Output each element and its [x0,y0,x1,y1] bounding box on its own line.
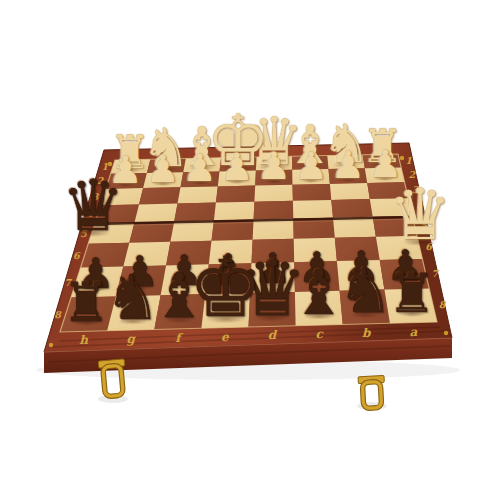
piece-white-pawn-c2[interactable]: ♟ [294,147,328,185]
rank-label-right-1: 1 [405,155,412,166]
square-c4[interactable] [293,200,333,219]
product-photo-stage: hhggffeeddccbbaa1122334455667788 ♜♞♝♛♚♝♞… [0,0,500,500]
piece-black-rook-a8[interactable]: ♜ [388,267,436,321]
square-d4[interactable] [254,201,294,220]
piece-white-pawn-b2[interactable]: ♟ [331,146,365,184]
piece-white-pawn-d2[interactable]: ♟ [257,148,291,186]
piece-white-pawn-g2[interactable]: ♟ [146,151,180,189]
brass-dot-2 [49,343,53,347]
piece-black-knight-g8[interactable]: ♞ [105,267,161,329]
piece-black-rook-h8[interactable]: ♜ [62,276,110,330]
piece-black-queen[interactable]: ♛ [61,171,124,241]
clasp-left [98,359,127,397]
brass-dot-3 [444,331,448,335]
square-b4[interactable] [331,199,372,218]
file-label-near-h: h [79,333,88,347]
file-label-near-a: a [410,325,418,339]
square-g4[interactable] [135,204,178,223]
piece-white-pawn-e2[interactable]: ♟ [220,149,254,187]
square-e4[interactable] [214,202,255,221]
square-f4[interactable] [174,203,216,222]
piece-white-pawn-f2[interactable]: ♟ [183,150,217,188]
